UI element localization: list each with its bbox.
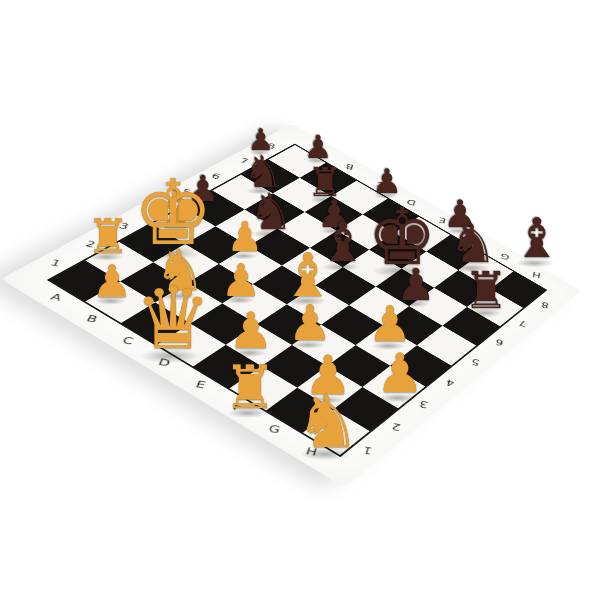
file-label-far-f: F [470,234,478,242]
file-label-far-e: E [438,216,447,224]
file-label-far-a: A [314,145,324,153]
rank-label-right-6: 6 [495,338,504,347]
file-label-far-b: B [345,163,355,171]
rank-label-right-8: 8 [541,301,550,310]
chess-board: AABBCCDDEEFFGGHH1122334455667788 [1,123,582,487]
rank-label-left-3: 3 [118,221,130,230]
file-label-near-h: H [305,446,319,457]
rank-label-left-5: 5 [181,188,192,197]
file-label-near-a: A [49,292,63,302]
rank-label-left-8: 8 [266,142,276,150]
rank-label-right-5: 5 [471,357,481,367]
rank-label-left-4: 4 [150,204,162,213]
board-mat: AABBCCDDEEFFGGHH1122334455667788 [1,123,582,487]
file-label-far-h: H [532,271,542,280]
product-photo: AABBCCDDEEFFGGHH1122334455667788 ♟♟♞♟♜♟♟… [0,0,600,600]
rank-label-left-7: 7 [239,157,250,165]
rank-label-right-2: 2 [391,422,402,433]
file-label-far-c: C [375,180,385,188]
file-label-near-d: D [157,357,172,368]
rank-label-left-2: 2 [84,239,97,248]
rank-label-left-1: 1 [49,258,62,268]
playing-grid [50,145,545,455]
rank-label-right-7: 7 [518,319,527,328]
rank-label-right-3: 3 [419,399,429,409]
rank-label-left-6: 6 [210,172,221,180]
file-label-near-c: C [121,335,135,346]
file-label-near-g: G [267,423,281,434]
file-label-near-f: F [232,401,244,412]
rank-label-right-4: 4 [445,378,455,388]
file-label-far-g: G [500,252,510,261]
file-label-far-d: D [406,198,417,206]
rank-label-right-1: 1 [362,445,373,456]
file-label-near-e: E [195,379,208,390]
file-label-near-b: B [85,314,99,324]
